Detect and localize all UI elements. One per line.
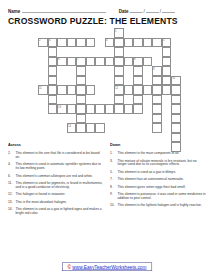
grid-cell[interactable]: [76, 123, 86, 133]
clue-item: 3.This mixture of silicate minerals is f…: [110, 158, 206, 166]
grid-cell[interactable]: [76, 104, 86, 114]
grid-cell[interactable]: [48, 104, 58, 114]
grid-cell[interactable]: [76, 76, 86, 86]
clue-item-text: This mixture of silicate minerals is fir…: [118, 158, 207, 166]
grid-cell[interactable]: [152, 95, 162, 105]
clue-item: 13.This is the most abundant halogen.: [8, 200, 104, 204]
grid-cell[interactable]: [133, 38, 143, 48]
clue-number: 2: [39, 38, 41, 41]
date-label: Date: [119, 9, 129, 14]
date-blank-day[interactable]: [146, 8, 159, 13]
grid-cell[interactable]: [152, 104, 162, 114]
grid-cell[interactable]: [105, 104, 115, 114]
grid-cell[interactable]: [114, 47, 124, 57]
clue-item: 5.This element is used as a gas in blimp…: [110, 170, 206, 174]
grid-cell[interactable]: [76, 85, 86, 95]
grid-cell[interactable]: [162, 85, 172, 95]
clue-item: 14.This element is used as a gas in ligh…: [8, 207, 104, 215]
grid-cell[interactable]: 13: [57, 104, 67, 114]
clue-item-number: 14.: [8, 207, 16, 215]
grid-cell[interactable]: [95, 123, 105, 133]
grid-cell[interactable]: [114, 57, 124, 67]
clue-item-number: 11.: [8, 181, 16, 189]
clue-item: 2.This element is the one that life is c…: [8, 151, 104, 159]
grid-cell[interactable]: 10: [171, 76, 181, 86]
grid-cell[interactable]: [143, 38, 153, 48]
grid-cell[interactable]: [162, 57, 172, 67]
grid-cell[interactable]: [171, 114, 181, 124]
grid-cell[interactable]: 1: [114, 28, 124, 38]
grid-cell[interactable]: [114, 104, 124, 114]
clue-item: 9.This element is poisonous; it was used…: [110, 192, 206, 200]
grid-cell[interactable]: 8: [133, 57, 143, 67]
clue-item-number: 5.: [110, 170, 118, 174]
grid-cell[interactable]: [133, 66, 143, 76]
clue-number: 9: [153, 67, 155, 70]
clue-item: 7.This element has an astronomical names…: [110, 177, 206, 181]
grid-cell[interactable]: [86, 123, 96, 133]
clue-item-text: This is the most abundant halogen.: [16, 200, 105, 204]
grid-cell[interactable]: [76, 95, 86, 105]
crossword-grid: 1234567891011121314: [38, 28, 181, 152]
grid-cell[interactable]: [152, 123, 162, 133]
grid-cell[interactable]: [95, 57, 105, 67]
grid-cell[interactable]: [171, 104, 181, 114]
clue-item-text: This element is the one that life is con…: [16, 151, 105, 159]
clue-item: 10.This element is the lightest halogen …: [110, 203, 206, 207]
clue-number: 11: [39, 86, 42, 89]
grid-cell[interactable]: [67, 85, 77, 95]
clue-item-number: 4.: [8, 162, 16, 170]
clue-item-text: This element is used as a gas in lighted…: [16, 207, 105, 215]
grid-cell[interactable]: [124, 104, 134, 114]
clue-number: 4: [106, 38, 108, 41]
clue-item-number: 1.: [110, 151, 118, 155]
grid-cell[interactable]: 11: [38, 85, 48, 95]
down-clue-list: 1.This element is the main component of …: [110, 151, 206, 207]
grid-cell[interactable]: [114, 95, 124, 105]
clue-number: 7: [77, 57, 79, 60]
clue-item: 11.This element is used for pigments, is…: [8, 181, 104, 189]
clue-number: 8: [134, 57, 136, 60]
clue-item: 1.This element is the main component of …: [110, 151, 206, 155]
grid-cell[interactable]: [86, 57, 96, 67]
grid-cell[interactable]: 3: [48, 38, 58, 48]
grid-cell[interactable]: 7: [76, 57, 86, 67]
grid-cell[interactable]: [114, 66, 124, 76]
worksheet-page: { "game": "crossword", "header": { "name…: [0, 0, 213, 275]
grid-cell[interactable]: [171, 95, 181, 105]
clue-item-number: 13.: [8, 200, 16, 204]
grid-cell[interactable]: [95, 104, 105, 114]
grid-cell[interactable]: [114, 38, 124, 48]
clue-number: 3: [49, 38, 51, 41]
clue-item: 4.This element is used in automatic spri…: [8, 162, 104, 170]
grid-cell[interactable]: [152, 38, 162, 48]
clue-item-number: 6.: [8, 174, 16, 178]
clue-number: 6: [58, 57, 60, 60]
grid-cell[interactable]: [105, 57, 115, 67]
clue-item-text: This halogen is found in seawater.: [16, 192, 105, 196]
grid-cell[interactable]: [48, 85, 58, 95]
grid-cell[interactable]: 9: [152, 66, 162, 76]
across-clues-column: Across 2.This element is the one that li…: [8, 143, 104, 218]
grid-cell[interactable]: [86, 85, 96, 95]
clue-item-number: 12.: [8, 192, 16, 196]
grid-cell[interactable]: [57, 85, 67, 95]
grid-cell[interactable]: [86, 38, 96, 48]
grid-cell[interactable]: [124, 38, 134, 48]
grid-cell[interactable]: [152, 85, 162, 95]
clue-item-text: This element is used in automatic sprink…: [16, 162, 105, 170]
grid-cell[interactable]: [133, 76, 143, 86]
grid-cell[interactable]: [171, 123, 181, 133]
grid-cell[interactable]: [114, 76, 124, 86]
clue-number: 1: [115, 29, 117, 32]
grid-cell[interactable]: [67, 57, 77, 67]
site-link[interactable]: www.EasyTeacherWorksheets.com: [72, 264, 146, 270]
grid-cell[interactable]: [171, 85, 181, 95]
grid-cell[interactable]: [133, 95, 143, 105]
grid-cell[interactable]: [76, 66, 86, 76]
clue-item-text: This element gives rotten eggs their bad…: [118, 184, 207, 188]
clue-item: 8.This element gives rotten eggs their b…: [110, 184, 206, 188]
clue-item: 12.This halogen is found in seawater.: [8, 192, 104, 196]
grid-cell[interactable]: [76, 38, 86, 48]
grid-cell[interactable]: [152, 114, 162, 124]
grid-cell[interactable]: [67, 104, 77, 114]
clue-item-text: This element has an astronomical namesak…: [118, 177, 207, 181]
grid-cell[interactable]: [162, 66, 172, 76]
grid-cell[interactable]: 14: [67, 123, 77, 133]
copyright-symbol: ©: [67, 264, 71, 270]
grid-cell[interactable]: [48, 76, 58, 86]
grid-cell[interactable]: [162, 47, 172, 57]
clue-item-text: This element is poisonous; it was used i…: [118, 192, 207, 200]
grid-cell[interactable]: 12: [114, 85, 124, 95]
grid-cell[interactable]: [57, 38, 67, 48]
clue-item-number: 2.: [8, 151, 16, 159]
clue-item-number: 9.: [110, 192, 118, 200]
grid-cell[interactable]: 2: [38, 38, 48, 48]
grid-cell[interactable]: [48, 66, 58, 76]
page-title: CROSSWORD PUZZLE: THE ELEMENTS: [8, 16, 178, 26]
grid-cell[interactable]: [162, 76, 172, 86]
grid-cell[interactable]: [171, 133, 181, 143]
grid-cell[interactable]: [124, 57, 134, 67]
clue-number: 12: [115, 86, 118, 89]
grid-cell[interactable]: [143, 85, 153, 95]
clue-item: 6.This element's common allotropes are r…: [8, 174, 104, 178]
clue-item-text: This element's common allotropes are red…: [16, 174, 105, 178]
grid-cell[interactable]: 4: [105, 38, 115, 48]
grid-cell[interactable]: [48, 47, 58, 57]
clue-item-text: This element is used for pigments, is fo…: [16, 181, 105, 189]
clue-number: 10: [172, 76, 175, 79]
grid-cell[interactable]: [76, 114, 86, 124]
across-heading: Across: [8, 143, 104, 147]
copyright-box: © www.EasyTeacherWorksheets.com: [62, 263, 152, 272]
grid-cell[interactable]: [133, 85, 143, 95]
clue-item-number: 8.: [110, 184, 118, 188]
grid-cell[interactable]: 6: [57, 57, 67, 67]
clue-item-text: This element is used as a gas in blimps.: [118, 170, 207, 174]
name-blank-line[interactable]: [22, 8, 106, 13]
name-label: Name: [8, 9, 20, 14]
clue-item-text: This element is the lightest halogen and…: [118, 203, 207, 207]
grid-cell[interactable]: [48, 95, 58, 105]
down-clues-column: Down 1.This element is the main componen…: [110, 143, 206, 210]
grid-cell[interactable]: [124, 85, 134, 95]
clue-item-number: 7.: [110, 177, 118, 181]
date-blank-year[interactable]: [162, 8, 175, 13]
grid-cell[interactable]: [67, 38, 77, 48]
date-blank-month[interactable]: [130, 8, 143, 13]
across-clue-list: 2.This element is the one that life is c…: [8, 151, 104, 215]
clue-item-number: 3.: [110, 158, 118, 166]
grid-cell[interactable]: [143, 57, 153, 67]
down-heading: Down: [110, 143, 206, 147]
grid-cell[interactable]: [133, 104, 143, 114]
clue-item-text: This element is the main component of ai…: [118, 151, 207, 155]
grid-cell[interactable]: [86, 104, 96, 114]
grid-cell[interactable]: 5: [162, 38, 172, 48]
clue-number: 13: [58, 105, 61, 108]
name-date-row: NameDate//: [8, 8, 205, 14]
clue-number: 14: [68, 124, 71, 127]
grid-cell[interactable]: [152, 76, 162, 86]
grid-cell[interactable]: [48, 57, 58, 67]
clue-item-number: 10.: [110, 203, 118, 207]
clue-number: 5: [163, 38, 165, 41]
